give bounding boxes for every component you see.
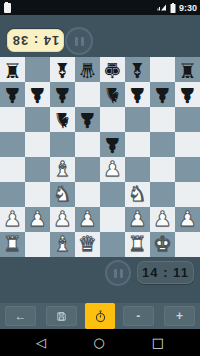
square-a6[interactable] bbox=[0, 107, 25, 132]
white-rook: ♜ bbox=[3, 232, 22, 257]
square-a1[interactable]: ♜ bbox=[0, 232, 25, 257]
toolbar: ← - + bbox=[0, 303, 200, 329]
square-g6[interactable] bbox=[150, 107, 175, 132]
square-f2[interactable]: ♟ bbox=[125, 207, 150, 232]
square-g2[interactable]: ♟ bbox=[150, 207, 175, 232]
square-d2[interactable]: ♟ bbox=[75, 207, 100, 232]
square-h6[interactable] bbox=[175, 107, 200, 132]
square-a8[interactable]: ♜ bbox=[0, 57, 25, 82]
square-d3[interactable] bbox=[75, 182, 100, 207]
square-c4[interactable]: ♝ bbox=[50, 157, 75, 182]
white-pawn: ♟ bbox=[178, 207, 197, 232]
square-c2[interactable]: ♟ bbox=[50, 207, 75, 232]
square-c7[interactable]: ♟ bbox=[50, 82, 75, 107]
status-bar: 9:30 bbox=[0, 0, 200, 15]
square-f4[interactable] bbox=[125, 157, 150, 182]
clock-bottom-time: 14 : 11 bbox=[142, 265, 189, 280]
square-a7[interactable]: ♟ bbox=[0, 82, 25, 107]
white-pawn: ♟ bbox=[103, 157, 122, 182]
square-b5[interactable] bbox=[25, 132, 50, 157]
white-bishop: ♝ bbox=[53, 157, 72, 182]
back-button[interactable]: ← bbox=[5, 306, 36, 326]
cell-signal-icon bbox=[157, 3, 167, 13]
black-knight: ♞ bbox=[53, 107, 72, 132]
nav-home-icon[interactable]: ○ bbox=[93, 329, 104, 356]
square-f1[interactable]: ♜ bbox=[125, 232, 150, 257]
square-h1[interactable] bbox=[175, 232, 200, 257]
square-e7[interactable]: ♞ bbox=[100, 82, 125, 107]
square-c8[interactable]: ♝ bbox=[50, 57, 75, 82]
status-clock: 9:30 bbox=[179, 3, 197, 13]
square-d6[interactable]: ♟ bbox=[75, 107, 100, 132]
square-h7[interactable]: ♟ bbox=[175, 82, 200, 107]
square-b8[interactable] bbox=[25, 57, 50, 82]
stopwatch-icon bbox=[94, 310, 107, 323]
white-pawn: ♟ bbox=[78, 207, 97, 232]
black-king: ♚ bbox=[103, 57, 122, 82]
square-a5[interactable] bbox=[0, 132, 25, 157]
white-bishop: ♝ bbox=[53, 232, 72, 257]
clock-top[interactable]: 14 : 38 bbox=[7, 29, 64, 52]
decrease-time-button[interactable]: - bbox=[123, 306, 154, 326]
square-c6[interactable]: ♞ bbox=[50, 107, 75, 132]
black-pawn: ♟ bbox=[78, 107, 97, 132]
nav-recents-icon[interactable]: □ bbox=[152, 329, 164, 356]
pause-icon bbox=[120, 269, 123, 278]
minus-icon: - bbox=[136, 309, 140, 323]
square-g4[interactable] bbox=[150, 157, 175, 182]
clock-bottom[interactable]: 14 : 11 bbox=[137, 261, 194, 284]
black-pawn: ♟ bbox=[128, 82, 147, 107]
black-bishop: ♝ bbox=[128, 57, 147, 82]
square-h8[interactable]: ♜ bbox=[175, 57, 200, 82]
nav-back-icon[interactable]: ◁ bbox=[36, 329, 46, 356]
black-pawn: ♟ bbox=[103, 132, 122, 157]
plus-icon: + bbox=[176, 309, 183, 323]
pause-button-top[interactable] bbox=[65, 27, 93, 55]
black-queen: ♛ bbox=[78, 57, 97, 82]
pause-icon bbox=[75, 37, 78, 46]
black-pawn: ♟ bbox=[178, 82, 197, 107]
square-g5[interactable] bbox=[150, 132, 175, 157]
square-g7[interactable]: ♟ bbox=[150, 82, 175, 107]
square-h4[interactable] bbox=[175, 157, 200, 182]
white-pawn: ♟ bbox=[53, 207, 72, 232]
square-d8[interactable]: ♛ bbox=[75, 57, 100, 82]
square-a3[interactable] bbox=[0, 182, 25, 207]
black-knight: ♞ bbox=[103, 82, 122, 107]
square-e2[interactable] bbox=[100, 207, 125, 232]
square-b3[interactable] bbox=[25, 182, 50, 207]
square-d7[interactable] bbox=[75, 82, 100, 107]
square-g3[interactable] bbox=[150, 182, 175, 207]
black-pawn: ♟ bbox=[53, 82, 72, 107]
save-icon bbox=[56, 311, 67, 322]
timer-button[interactable] bbox=[85, 303, 114, 329]
white-knight: ♞ bbox=[128, 182, 147, 207]
white-pawn: ♟ bbox=[153, 207, 172, 232]
square-e5[interactable]: ♟ bbox=[100, 132, 125, 157]
square-h2[interactable]: ♟ bbox=[175, 207, 200, 232]
square-f6[interactable] bbox=[125, 107, 150, 132]
increase-time-button[interactable]: + bbox=[164, 306, 195, 326]
square-g1[interactable]: ♚ bbox=[150, 232, 175, 257]
black-rook: ♜ bbox=[3, 57, 22, 82]
square-a2[interactable]: ♟ bbox=[0, 207, 25, 232]
black-pawn: ♟ bbox=[3, 82, 22, 107]
black-rook: ♜ bbox=[178, 57, 197, 82]
square-c3[interactable]: ♞ bbox=[50, 182, 75, 207]
square-c1[interactable]: ♝ bbox=[50, 232, 75, 257]
pause-button-bottom[interactable] bbox=[105, 260, 131, 286]
black-bishop: ♝ bbox=[53, 57, 72, 82]
chess-board[interactable]: ♜♝♛♚♝♜♟♟♟♞♟♟♟♞♟♟♝♟♞♞♟♟♟♟♟♟♟♜♝♛♜♚ bbox=[0, 57, 200, 257]
white-pawn: ♟ bbox=[28, 207, 47, 232]
white-rook: ♜ bbox=[128, 232, 147, 257]
square-b4[interactable] bbox=[25, 157, 50, 182]
save-button[interactable] bbox=[46, 306, 77, 326]
back-arrow-icon: ← bbox=[15, 309, 27, 323]
white-knight: ♞ bbox=[53, 182, 72, 207]
black-pawn: ♟ bbox=[153, 82, 172, 107]
white-king: ♚ bbox=[153, 232, 172, 257]
square-a4[interactable] bbox=[0, 157, 25, 182]
square-h3[interactable] bbox=[175, 182, 200, 207]
square-f8[interactable]: ♝ bbox=[125, 57, 150, 82]
square-b7[interactable]: ♟ bbox=[25, 82, 50, 107]
square-d5[interactable] bbox=[75, 132, 100, 157]
square-b2[interactable]: ♟ bbox=[25, 207, 50, 232]
square-f5[interactable] bbox=[125, 132, 150, 157]
android-nav-bar: ◁ ○ □ bbox=[0, 329, 200, 356]
phone-screen: 9:30 14 : 38 ♜♝♛♚♝♜♟♟♟♞♟♟♟♞♟♟♝♟♞♞♟♟♟♟♟♟♟… bbox=[0, 0, 200, 356]
square-f3[interactable]: ♞ bbox=[125, 182, 150, 207]
square-f7[interactable]: ♟ bbox=[125, 82, 150, 107]
white-queen: ♛ bbox=[78, 232, 97, 257]
square-e1[interactable] bbox=[100, 232, 125, 257]
square-e4[interactable]: ♟ bbox=[100, 157, 125, 182]
white-pawn: ♟ bbox=[128, 207, 147, 232]
white-pawn: ♟ bbox=[3, 207, 22, 232]
black-pawn: ♟ bbox=[28, 82, 47, 107]
clock-top-time: 14 : 38 bbox=[12, 33, 59, 48]
pause-icon bbox=[81, 37, 84, 46]
square-e3[interactable] bbox=[100, 182, 125, 207]
square-g8[interactable] bbox=[150, 57, 175, 82]
square-d1[interactable]: ♛ bbox=[75, 232, 100, 257]
battery-icon bbox=[170, 3, 176, 13]
square-e8[interactable]: ♚ bbox=[100, 57, 125, 82]
pause-icon bbox=[114, 269, 117, 278]
square-b6[interactable] bbox=[25, 107, 50, 132]
square-h5[interactable] bbox=[175, 132, 200, 157]
square-e6[interactable] bbox=[100, 107, 125, 132]
square-c5[interactable] bbox=[50, 132, 75, 157]
notification-icon bbox=[4, 3, 11, 13]
square-d4[interactable] bbox=[75, 157, 100, 182]
status-icons: 9:30 bbox=[157, 3, 200, 13]
square-b1[interactable] bbox=[25, 232, 50, 257]
